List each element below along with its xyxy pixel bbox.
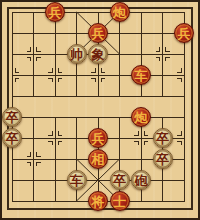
piece-red-pawn[interactable]: 兵 [45, 2, 65, 22]
piece-glyph: 卒 [156, 152, 169, 165]
piece-glyph: 砲 [135, 173, 148, 186]
piece-red-pawn[interactable]: 兵 [174, 23, 194, 43]
piece-glyph: 车 [135, 68, 148, 81]
piece-glyph: 车 [70, 173, 83, 186]
piece-glyph: 兵 [178, 26, 191, 39]
piece-red-general[interactable]: 将 [88, 191, 108, 211]
piece-glyph: 炮 [113, 5, 126, 18]
piece-glyph: 兵 [49, 5, 62, 18]
piece-glyph: 卒 [6, 131, 19, 144]
piece-tan-pawn[interactable]: 卒 [110, 170, 130, 190]
piece-tan-pawn[interactable]: 卒 [153, 128, 173, 148]
piece-glyph: 卒 [113, 173, 126, 186]
board: 兵炮兵兵帅象车卒炮卒兵卒相卒车卒砲将士 [1, 2, 195, 212]
piece-glyph: 相 [92, 152, 105, 165]
piece-glyph: 兵 [92, 26, 105, 39]
piece-red-chariot[interactable]: 车 [131, 65, 151, 85]
piece-red-advisor[interactable]: 士 [110, 191, 130, 211]
piece-glyph: 炮 [135, 110, 148, 123]
piece-glyph: 将 [92, 194, 105, 207]
piece-tan-cannon[interactable]: 砲 [131, 170, 151, 190]
piece-tan-pawn[interactable]: 卒 [2, 107, 22, 127]
piece-glyph: 象 [92, 47, 105, 60]
xiangqi-board-screen: 兵炮兵兵帅象车卒炮卒兵卒相卒车卒砲将士 [0, 0, 200, 220]
piece-glyph: 卒 [156, 131, 169, 144]
piece-red-pawn[interactable]: 兵 [88, 23, 108, 43]
piece-glyph: 帅 [70, 47, 83, 60]
piece-red-elephant[interactable]: 相 [88, 149, 108, 169]
piece-tan-pawn[interactable]: 卒 [153, 149, 173, 169]
piece-tan-pawn[interactable]: 卒 [2, 128, 22, 148]
piece-red-cannon[interactable]: 炮 [110, 2, 130, 22]
piece-tan-chariot[interactable]: 车 [67, 170, 87, 190]
piece-red-pawn[interactable]: 兵 [88, 128, 108, 148]
piece-glyph: 士 [113, 194, 126, 207]
piece-glyph: 兵 [92, 131, 105, 144]
piece-glyph: 卒 [6, 110, 19, 123]
piece-tan-general[interactable]: 帅 [67, 44, 87, 64]
piece-red-cannon[interactable]: 炮 [131, 107, 151, 127]
piece-tan-elephant[interactable]: 象 [88, 44, 108, 64]
